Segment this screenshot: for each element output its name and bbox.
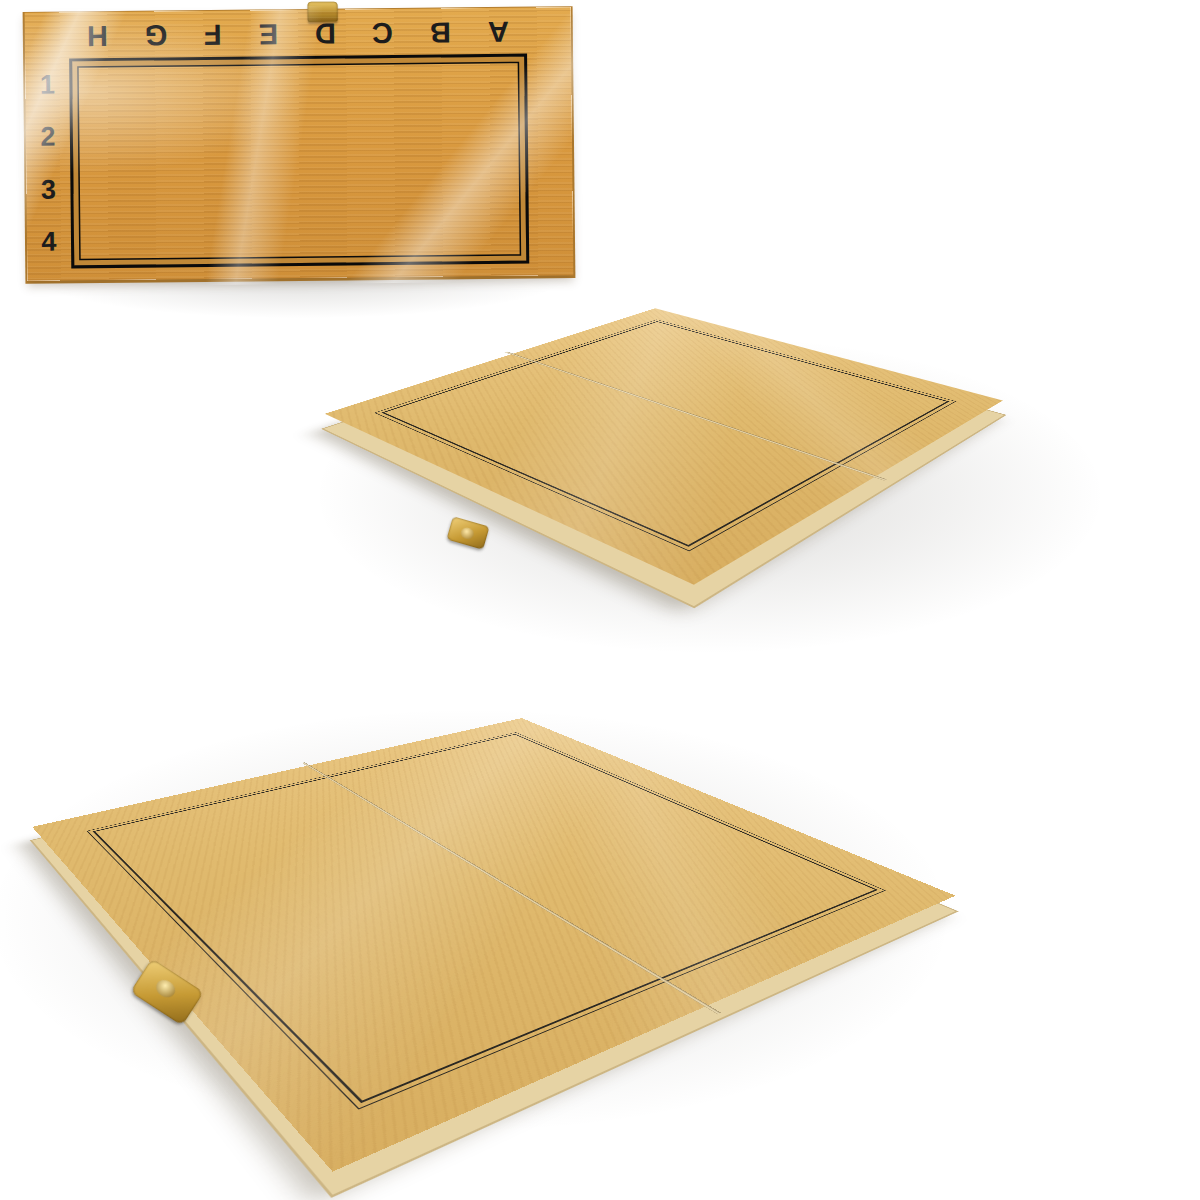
box-numbers-right: [527, 53, 573, 263]
box-numbers-left: 1234: [25, 58, 71, 268]
box-letters-top: HGFEDCBA: [69, 8, 527, 59]
chess-play-area: [374, 319, 956, 551]
box-checker-grid: [79, 64, 519, 259]
checkers-board: [32, 718, 955, 1171]
coordinate-label: C: [372, 16, 393, 49]
coordinate-label: 3: [41, 174, 56, 205]
coordinate-label: E: [258, 17, 278, 50]
coordinate-label: 1: [40, 69, 55, 100]
coordinate-label: D: [314, 16, 335, 49]
box-checker-frame: [69, 54, 529, 269]
chess-board: [325, 308, 1003, 585]
coordinate-label: B: [430, 15, 451, 48]
coordinate-label: 2: [40, 122, 55, 153]
chess-grid: [384, 322, 946, 545]
coordinate-label: F: [204, 17, 222, 50]
brass-latch-icon: [446, 516, 489, 550]
product-photo: HGFEDCBA 1234: [0, 0, 1200, 1200]
coordinate-label: 4: [41, 227, 56, 258]
coordinate-label: A: [487, 14, 508, 47]
coordinate-label: H: [87, 18, 108, 51]
coordinate-label: G: [145, 18, 168, 51]
chess-board-face: [325, 308, 1003, 585]
folded-game-box: HGFEDCBA 1234: [25, 7, 574, 281]
